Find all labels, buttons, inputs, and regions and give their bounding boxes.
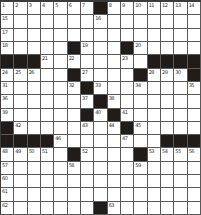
clue-number: 62 [2,202,7,208]
grid-cell-r7c15[interactable]: 35 [188,82,201,95]
clue-number: 27 [82,69,87,75]
grid-cell-r15c10[interactable] [121,188,134,201]
black-cell-r6c11 [134,69,147,82]
grid-cell-r12c5[interactable] [54,148,67,161]
clue-number: 16 [95,15,100,21]
grid-cell-r1c11[interactable]: 10 [134,2,147,15]
grid-cell-r16c3[interactable] [28,202,41,215]
clue-number: 55 [175,148,180,154]
grid-cell-r16c2[interactable] [14,202,27,215]
crossword-grid: 1234567891011121314151617181920212223242… [0,0,201,215]
grid-cell-r15c3[interactable] [28,188,41,201]
grid-cell-r16c4[interactable] [41,202,54,215]
grid-cell-r5c4[interactable]: 21 [41,55,54,68]
grid-cell-r1c9[interactable]: 8 [108,2,121,15]
grid-cell-r12c13[interactable]: 54 [161,148,174,161]
grid-cell-r2c14[interactable] [174,15,187,28]
clue-number: 30 [175,69,180,75]
grid-cell-r14c5[interactable] [54,175,67,188]
grid-cell-r2c12[interactable] [148,15,161,28]
grid-cell-r4c9[interactable] [108,42,121,55]
grid-cell-r9c13[interactable] [161,109,174,122]
grid-cell-r8c2[interactable] [14,95,27,108]
grid-cell-r4c7[interactable]: 19 [81,42,94,55]
grid-cell-r16c12[interactable] [148,202,161,215]
clue-number: 20 [135,42,140,48]
black-cell-r11c15 [188,135,201,148]
grid-cell-r14c13[interactable] [161,175,174,188]
clue-number: 28 [149,69,154,75]
grid-cell-r1c12[interactable]: 11 [148,2,161,15]
black-cell-r1c8 [94,2,107,15]
grid-cell-r12c4[interactable]: 51 [41,148,54,161]
grid-cell-r6c7[interactable]: 27 [81,69,94,82]
clue-number: 17 [2,29,7,35]
clue-number: 14 [189,2,194,8]
grid-cell-r4c1[interactable]: 18 [1,42,14,55]
grid-cell-r12c2[interactable]: 49 [14,148,27,161]
grid-cell-r10c12[interactable] [148,122,161,135]
grid-cell-r6c3[interactable]: 26 [28,69,41,82]
clue-number: 24 [2,69,7,75]
grid-cell-r3c4[interactable] [41,29,54,42]
grid-cell-r8c10[interactable] [121,95,134,108]
grid-cell-r15c4[interactable] [41,188,54,201]
grid-cell-r14c9[interactable] [108,175,121,188]
grid-cell-r2c15[interactable] [188,15,201,28]
grid-cell-r6c5[interactable] [54,69,67,82]
grid-cell-r4c8[interactable] [94,42,107,55]
grid-cell-r4c12[interactable] [148,42,161,55]
grid-cell-r4c4[interactable] [41,42,54,55]
grid-cell-r16c1[interactable]: 62 [1,202,14,215]
clue-number: 36 [2,95,7,101]
clue-number: 56 [189,148,194,154]
grid-cell-r13c2[interactable] [14,162,27,175]
grid-cell-r11c8[interactable] [94,135,107,148]
grid-cell-r11c7[interactable] [81,135,94,148]
grid-cell-r2c3[interactable] [28,15,41,28]
grid-cell-r15c2[interactable] [14,188,27,201]
clue-number: 39 [2,109,7,115]
grid-cell-r7c9[interactable] [108,82,121,95]
grid-cell-r1c14[interactable]: 13 [174,2,187,15]
grid-cell-r8c3[interactable] [28,95,41,108]
grid-cell-r11c5[interactable]: 46 [54,135,67,148]
grid-cell-r9c11[interactable] [134,109,147,122]
grid-cell-r7c8[interactable]: 33 [94,82,107,95]
grid-cell-r4c13[interactable] [161,42,174,55]
grid-cell-r13c12[interactable] [148,162,161,175]
clue-number: 1 [2,2,5,8]
grid-cell-r11c12[interactable] [148,135,161,148]
clue-number: 63 [109,202,114,208]
clue-number: 43 [82,122,87,128]
grid-cell-r11c9[interactable] [108,135,121,148]
clue-number: 5 [55,2,58,8]
grid-cell-r7c6[interactable]: 32 [68,82,81,95]
grid-cell-r16c13[interactable] [161,202,174,215]
clue-number: 13 [175,2,180,8]
clue-number: 49 [15,148,20,154]
black-cell-r6c6 [68,69,81,82]
grid-cell-r9c5[interactable] [54,109,67,122]
grid-cell-r1c2[interactable]: 2 [14,2,27,15]
grid-cell-r5c6[interactable]: 22 [68,55,81,68]
grid-cell-r10c7[interactable]: 43 [81,122,94,135]
grid-cell-r1c10[interactable]: 9 [121,2,134,15]
grid-cell-r10c5[interactable] [54,122,67,135]
black-cell-r5c12 [148,55,161,68]
grid-cell-r3c3[interactable] [28,29,41,42]
grid-cell-r1c15[interactable]: 14 [188,2,201,15]
clue-number: 35 [189,82,194,88]
clue-number: 22 [69,55,74,61]
grid-cell-r3c9[interactable] [108,29,121,42]
grid-cell-r13c7[interactable] [81,162,94,175]
crossword-page: 1234567891011121314151617181920212223242… [0,0,201,215]
grid-cell-r3c10[interactable] [121,29,134,42]
grid-cell-r6c13[interactable]: 29 [161,69,174,82]
grid-cell-r6c8[interactable] [94,69,107,82]
clue-number: 45 [135,122,140,128]
grid-cell-r6c2[interactable]: 25 [14,69,27,82]
grid-cell-r6c9[interactable] [108,69,121,82]
grid-cell-r12c14[interactable]: 55 [174,148,187,161]
grid-cell-r1c5[interactable]: 5 [54,2,67,15]
grid-cell-r5c7[interactable] [81,55,94,68]
grid-cell-r16c6[interactable] [68,202,81,215]
grid-cell-r15c6[interactable] [68,188,81,201]
grid-cell-r11c10[interactable]: 47 [121,135,134,148]
grid-cell-r13c4[interactable] [41,162,54,175]
grid-cell-r10c15[interactable] [188,122,201,135]
grid-cell-r4c11[interactable]: 20 [134,42,147,55]
black-cell-r11c13 [161,135,174,148]
grid-cell-r13c6[interactable]: 58 [68,162,81,175]
grid-cell-r15c9[interactable] [108,188,121,201]
grid-cell-r14c8[interactable] [94,175,107,188]
grid-cell-r3c6[interactable] [68,29,81,42]
grid-cell-r11c6[interactable] [68,135,81,148]
black-cell-r11c1 [1,135,14,148]
grid-cell-r16c15[interactable] [188,202,201,215]
black-cell-r5c3 [28,55,41,68]
grid-cell-r9c2[interactable] [14,109,27,122]
grid-cell-r15c11[interactable] [134,188,147,201]
grid-cell-r3c8[interactable] [94,29,107,42]
grid-cell-r14c12[interactable] [148,175,161,188]
grid-cell-r13c3[interactable] [28,162,41,175]
grid-cell-r3c14[interactable] [174,29,187,42]
grid-cell-r16c10[interactable] [121,202,134,215]
clue-number: 51 [42,148,47,154]
grid-cell-r2c10[interactable] [121,15,134,28]
clue-number: 7 [82,2,85,8]
grid-cell-r15c1[interactable]: 61 [1,188,14,201]
grid-cell-r10c4[interactable] [41,122,54,135]
grid-cell-r8c5[interactable] [54,95,67,108]
clue-number: 3 [29,2,32,8]
clue-number: 19 [82,42,87,48]
grid-cell-r7c11[interactable]: 34 [134,82,147,95]
black-cell-r12c6 [68,148,81,161]
clue-number: 10 [135,2,140,8]
black-cell-r16c8 [94,202,107,215]
clue-number: 53 [149,148,154,154]
grid-cell-r15c14[interactable] [174,188,187,201]
grid-cell-r13c15[interactable] [188,162,201,175]
grid-cell-r13c13[interactable] [161,162,174,175]
grid-cell-r2c4[interactable] [41,15,54,28]
grid-cell-r10c8[interactable] [94,122,107,135]
grid-cell-r3c15[interactable] [188,29,201,42]
grid-cell-r7c14[interactable] [174,82,187,95]
grid-cell-r1c1[interactable]: 1 [1,2,14,15]
clue-number: 60 [2,175,7,181]
grid-cell-r6c14[interactable]: 30 [174,69,187,82]
grid-cell-r6c10[interactable] [121,69,134,82]
grid-cell-r8c7[interactable]: 37 [81,95,94,108]
black-cell-r11c2 [14,135,27,148]
grid-cell-r16c11[interactable] [134,202,147,215]
clue-number: 23 [122,55,127,61]
grid-cell-r3c13[interactable] [161,29,174,42]
grid-cell-r3c2[interactable] [14,29,27,42]
grid-cell-r14c6[interactable] [68,175,81,188]
grid-cell-r9c10[interactable]: 41 [121,109,134,122]
clue-number: 18 [2,42,7,48]
clue-number: 21 [42,55,47,61]
black-cell-r4c6 [68,42,81,55]
black-cell-r9c7 [81,109,94,122]
clue-number: 6 [69,2,72,8]
clue-number: 11 [149,2,154,8]
grid-cell-r14c11[interactable] [134,175,147,188]
grid-cell-r14c3[interactable] [28,175,41,188]
grid-cell-r9c14[interactable] [174,109,187,122]
grid-cell-r12c9[interactable] [108,148,121,161]
grid-cell-r12c3[interactable]: 50 [28,148,41,161]
grid-cell-r14c7[interactable] [81,175,94,188]
grid-cell-r9c4[interactable] [41,109,54,122]
grid-cell-r8c6[interactable] [68,95,81,108]
black-cell-r12c11 [134,148,147,161]
grid-cell-r7c10[interactable] [121,82,134,95]
grid-cell-r7c4[interactable] [41,82,54,95]
grid-cell-r12c10[interactable] [121,148,134,161]
grid-cell-r10c2[interactable]: 42 [14,122,27,135]
grid-cell-r13c14[interactable] [174,162,187,175]
grid-cell-r2c11[interactable] [134,15,147,28]
grid-cell-r10c9[interactable]: 44 [108,122,121,135]
grid-cell-r6c4[interactable] [41,69,54,82]
grid-cell-r1c13[interactable]: 12 [161,2,174,15]
grid-cell-r9c6[interactable] [68,109,81,122]
black-cell-r5c13 [161,55,174,68]
grid-cell-r7c5[interactable] [54,82,67,95]
grid-cell-r8c14[interactable] [174,95,187,108]
grid-cell-r8c9[interactable]: 38 [108,95,121,108]
black-cell-r11c14 [174,135,187,148]
grid-cell-r2c7[interactable] [81,15,94,28]
grid-cell-r5c11[interactable] [134,55,147,68]
clue-number: 38 [109,95,114,101]
grid-cell-r14c1[interactable]: 60 [1,175,14,188]
black-cell-r10c10 [121,122,134,135]
clue-number: 54 [162,148,167,154]
clue-number: 37 [82,95,87,101]
grid-cell-r9c3[interactable] [28,109,41,122]
grid-cell-r14c4[interactable] [41,175,54,188]
clue-number: 29 [162,69,167,75]
clue-number: 12 [162,2,167,8]
grid-cell-r14c10[interactable] [121,175,134,188]
black-cell-r6c15 [188,69,201,82]
grid-cell-r11c11[interactable] [134,135,147,148]
grid-cell-r9c8[interactable]: 40 [94,109,107,122]
clue-number: 47 [122,135,127,141]
clue-number: 2 [15,2,18,8]
grid-cell-r2c5[interactable] [54,15,67,28]
black-cell-r8c8 [94,95,107,108]
grid-cell-r9c15[interactable] [188,109,201,122]
grid-cell-r3c7[interactable] [81,29,94,42]
clue-number: 44 [109,122,114,128]
grid-cell-r16c5[interactable] [54,202,67,215]
clue-number: 57 [2,162,7,168]
clue-number: 46 [55,135,60,141]
grid-cell-r15c12[interactable] [148,188,161,201]
clue-number: 42 [15,122,20,128]
grid-cell-r4c3[interactable] [28,42,41,55]
grid-cell-r7c3[interactable] [28,82,41,95]
black-cell-r11c4 [41,135,54,148]
grid-cell-r8c11[interactable] [134,95,147,108]
grid-cell-r13c8[interactable] [94,162,107,175]
black-cell-r4c10 [121,42,134,55]
clue-number: 41 [122,109,127,115]
grid-cell-r2c9[interactable] [108,15,121,28]
grid-cell-r12c7[interactable]: 52 [81,148,94,161]
black-cell-r5c14 [174,55,187,68]
grid-cell-r16c14[interactable] [174,202,187,215]
clue-number: 48 [2,148,7,154]
grid-cell-r3c11[interactable] [134,29,147,42]
grid-cell-r13c11[interactable]: 59 [134,162,147,175]
clue-number: 52 [82,148,87,154]
grid-cell-r10c14[interactable] [174,122,187,135]
grid-cell-r2c1[interactable]: 15 [1,15,14,28]
black-cell-r5c2 [14,55,27,68]
grid-cell-r13c10[interactable] [121,162,134,175]
grid-cell-r13c1[interactable]: 57 [1,162,14,175]
grid-cell-r13c5[interactable] [54,162,67,175]
grid-cell-r15c8[interactable] [94,188,107,201]
grid-cell-r2c6[interactable] [68,15,81,28]
grid-cell-r14c14[interactable] [174,175,187,188]
grid-cell-r8c4[interactable] [41,95,54,108]
grid-cell-r8c12[interactable] [148,95,161,108]
clue-number: 59 [135,162,140,168]
grid-cell-r12c12[interactable]: 53 [148,148,161,161]
black-cell-r5c15 [188,55,201,68]
grid-cell-r8c15[interactable] [188,95,201,108]
grid-cell-r15c15[interactable] [188,188,201,201]
grid-cell-r6c12[interactable]: 28 [148,69,161,82]
grid-cell-r15c7[interactable] [81,188,94,201]
grid-cell-r3c1[interactable]: 17 [1,29,14,42]
grid-cell-r9c12[interactable] [148,109,161,122]
grid-cell-r14c2[interactable] [14,175,27,188]
grid-cell-r8c13[interactable] [161,95,174,108]
grid-cell-r2c2[interactable] [14,15,27,28]
grid-cell-r7c12[interactable] [148,82,161,95]
clue-number: 34 [135,82,140,88]
grid-cell-r3c12[interactable] [148,29,161,42]
grid-cell-r14c15[interactable] [188,175,201,188]
grid-cell-r7c2[interactable] [14,82,27,95]
grid-cell-r6c1[interactable]: 24 [1,69,14,82]
grid-cell-r1c7[interactable]: 7 [81,2,94,15]
black-cell-r5c1 [1,55,14,68]
grid-cell-r5c5[interactable] [54,55,67,68]
grid-cell-r7c1[interactable]: 31 [1,82,14,95]
clue-number: 4 [42,2,45,8]
grid-cell-r5c8[interactable] [94,55,107,68]
grid-cell-r2c8[interactable]: 16 [94,15,107,28]
grid-cell-r4c5[interactable] [54,42,67,55]
grid-cell-r10c3[interactable] [28,122,41,135]
grid-cell-r15c13[interactable] [161,188,174,201]
clue-number: 61 [2,188,7,194]
grid-cell-r12c15[interactable]: 56 [188,148,201,161]
grid-cell-r10c13[interactable] [161,122,174,135]
grid-cell-r10c6[interactable] [68,122,81,135]
grid-cell-r7c13[interactable] [161,82,174,95]
black-cell-r10c1 [1,122,14,135]
grid-cell-r5c9[interactable] [108,55,121,68]
grid-cell-r8c1[interactable]: 36 [1,95,14,108]
grid-cell-r1c6[interactable]: 6 [68,2,81,15]
grid-cell-r12c1[interactable]: 48 [1,148,14,161]
grid-cell-r1c3[interactable]: 3 [28,2,41,15]
grid-cell-r5c10[interactable]: 23 [121,55,134,68]
grid-cell-r15c5[interactable] [54,188,67,201]
grid-cell-r2c13[interactable] [161,15,174,28]
grid-cell-r1c4[interactable]: 4 [41,2,54,15]
clue-number: 32 [69,82,74,88]
grid-cell-r4c2[interactable] [14,42,27,55]
grid-cell-r9c1[interactable]: 39 [1,109,14,122]
grid-cell-r16c7[interactable] [81,202,94,215]
clue-number: 26 [29,69,34,75]
grid-cell-r13c9[interactable] [108,162,121,175]
clue-number: 25 [15,69,20,75]
black-cell-r11c3 [28,135,41,148]
grid-cell-r10c11[interactable]: 45 [134,122,147,135]
grid-cell-r16c9[interactable]: 63 [108,202,121,215]
grid-cell-r4c14[interactable] [174,42,187,55]
clue-number: 8 [109,2,112,8]
black-cell-r9c9 [108,109,121,122]
grid-cell-r4c15[interactable] [188,42,201,55]
clue-number: 15 [2,15,7,21]
grid-cell-r12c8[interactable] [94,148,107,161]
grid-cell-r3c5[interactable] [54,29,67,42]
clue-number: 50 [29,148,34,154]
clue-number: 40 [95,109,100,115]
